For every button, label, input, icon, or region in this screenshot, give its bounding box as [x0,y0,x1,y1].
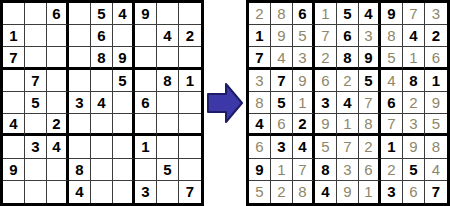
solution-cell-r3c1: 7 [249,47,271,69]
solution-cell-r4c3: 9 [293,70,315,92]
puzzle-cell-r6c6 [113,114,135,136]
puzzle-cell-r6c5 [91,114,113,136]
puzzle-cell-r5c6 [113,92,135,114]
puzzle-cell-r5c3 [47,92,69,114]
solution-cell-r2c3: 5 [293,25,315,47]
solution-cell-r6c8: 3 [403,114,425,136]
puzzle-cell-r4c3 [47,70,69,92]
puzzle-cell-r6c1: 4 [3,114,25,136]
puzzle-cell-r2c3 [47,25,69,47]
puzzle-cell-r1c4 [69,3,91,25]
puzzle-cell-r6c9 [179,114,201,136]
solution-cell-r6c1: 4 [249,114,271,136]
solution-cell-r1c5: 5 [337,3,359,25]
solution-cell-r7c2: 3 [271,136,293,158]
solution-cell-r6c3: 2 [293,114,315,136]
puzzle-cell-r5c4: 3 [69,92,91,114]
solution-cell-r7c8: 9 [403,136,425,158]
puzzle-cell-r1c2 [25,3,47,25]
solution-cell-r6c4: 9 [315,114,337,136]
solution-cell-r4c4: 6 [315,70,337,92]
puzzle-cell-r3c2 [25,47,47,69]
puzzle-cell-r4c8: 8 [157,70,179,92]
puzzle-cell-r7c8 [157,136,179,158]
solution-cell-r5c7: 6 [381,92,403,114]
puzzle-cell-r8c7 [135,159,157,181]
puzzle-cell-r9c2 [25,181,47,203]
puzzle-cell-r5c7: 6 [135,92,157,114]
solution-cell-r2c6: 3 [359,25,381,47]
solution-cell-r8c4: 8 [315,159,337,181]
puzzle-cell-r2c5: 6 [91,25,113,47]
puzzle-cell-r2c4 [69,25,91,47]
puzzle-cell-r8c9 [179,159,201,181]
puzzle-cell-r8c5 [91,159,113,181]
solution-grid: 2861549731957638427432895163796254818513… [246,0,450,206]
solution-cell-r9c7: 3 [381,181,403,203]
solution-cell-r2c2: 9 [271,25,293,47]
puzzle-cell-r9c3 [47,181,69,203]
solution-cell-r6c9: 5 [425,114,447,136]
solution-cell-r4c1: 3 [249,70,271,92]
puzzle-cell-r1c7: 9 [135,3,157,25]
solution-cell-r8c2: 1 [271,159,293,181]
solution-cell-r4c8: 8 [403,70,425,92]
solution-cell-r1c6: 4 [359,3,381,25]
puzzle-cell-r5c8 [157,92,179,114]
puzzle-cell-r1c5: 5 [91,3,113,25]
puzzle-cell-r1c9 [179,3,201,25]
puzzle-cell-r8c8: 5 [157,159,179,181]
solution-cell-r3c7: 5 [381,47,403,69]
puzzle-cell-r7c6 [113,136,135,158]
puzzle-cell-r5c2: 5 [25,92,47,114]
puzzle-cell-r6c3: 2 [47,114,69,136]
solution-cell-r8c7: 2 [381,159,403,181]
solution-cell-r3c6: 9 [359,47,381,69]
puzzle-cell-r4c6: 5 [113,70,135,92]
solution-cell-r9c9: 7 [425,181,447,203]
puzzle-grid: 654916427897581534642341985437 [0,0,204,206]
puzzle-cell-r1c3: 6 [47,3,69,25]
solution-cell-r2c9: 2 [425,25,447,47]
solution-cell-r8c6: 6 [359,159,381,181]
puzzle-cell-r7c2: 3 [25,136,47,158]
puzzle-cell-r5c1 [3,92,25,114]
puzzle-cell-r9c6 [113,181,135,203]
puzzle-cell-r2c2 [25,25,47,47]
puzzle-cell-r9c9: 7 [179,181,201,203]
solution-cell-r9c8: 6 [403,181,425,203]
solution-cell-r5c8: 2 [403,92,425,114]
solution-cell-r2c4: 7 [315,25,337,47]
solution-cell-r1c7: 9 [381,3,403,25]
solution-cell-r7c1: 6 [249,136,271,158]
puzzle-cell-r2c8: 4 [157,25,179,47]
right-arrow-icon [205,82,245,124]
puzzle-cell-r8c4: 8 [69,159,91,181]
solution-cell-r3c3: 3 [293,47,315,69]
puzzle-cell-r1c8 [157,3,179,25]
puzzle-cell-r4c2: 7 [25,70,47,92]
solution-cell-r5c2: 5 [271,92,293,114]
puzzle-cell-r2c9: 2 [179,25,201,47]
solution-cell-r8c5: 3 [337,159,359,181]
solution-cell-r1c3: 6 [293,3,315,25]
solution-cell-r1c4: 1 [315,3,337,25]
puzzle-cell-r3c9 [179,47,201,69]
puzzle-cell-r5c5: 4 [91,92,113,114]
puzzle-cell-r4c4 [69,70,91,92]
solution-cell-r5c5: 4 [337,92,359,114]
solution-cell-r5c9: 9 [425,92,447,114]
solution-cell-r7c3: 4 [293,136,315,158]
sudoku-diagram: 654916427897581534642341985437 286154973… [0,0,450,206]
solution-cell-r1c8: 7 [403,3,425,25]
solution-cell-r6c2: 6 [271,114,293,136]
solution-cell-r7c9: 8 [425,136,447,158]
puzzle-cell-r2c6 [113,25,135,47]
solution-cell-r5c3: 1 [293,92,315,114]
solution-cell-r3c9: 6 [425,47,447,69]
puzzle-cell-r9c7: 3 [135,181,157,203]
solution-cell-r3c5: 8 [337,47,359,69]
solution-cell-r4c9: 1 [425,70,447,92]
solution-cell-r7c7: 1 [381,136,403,158]
puzzle-cell-r2c7 [135,25,157,47]
puzzle-cell-r4c1 [3,70,25,92]
solution-cell-r4c2: 7 [271,70,293,92]
puzzle-cell-r4c7 [135,70,157,92]
puzzle-cell-r5c9 [179,92,201,114]
solution-cell-r7c5: 7 [337,136,359,158]
puzzle-cell-r6c2 [25,114,47,136]
puzzle-cell-r6c4 [69,114,91,136]
solution-cell-r8c9: 4 [425,159,447,181]
solution-cell-r9c3: 8 [293,181,315,203]
puzzle-cell-r9c5 [91,181,113,203]
puzzle-cell-r7c5 [91,136,113,158]
puzzle-cell-r1c6: 4 [113,3,135,25]
solution-cell-r9c5: 9 [337,181,359,203]
solution-cell-r4c7: 4 [381,70,403,92]
puzzle-cell-r3c1: 7 [3,47,25,69]
solution-cell-r8c1: 9 [249,159,271,181]
solution-cell-r8c8: 5 [403,159,425,181]
solution-cell-r8c3: 7 [293,159,315,181]
solution-cell-r2c5: 6 [337,25,359,47]
puzzle-cell-r7c4 [69,136,91,158]
puzzle-cell-r6c8 [157,114,179,136]
solution-cell-r9c6: 1 [359,181,381,203]
puzzle-cell-r3c6: 9 [113,47,135,69]
solution-cell-r1c1: 2 [249,3,271,25]
solution-cell-r3c2: 4 [271,47,293,69]
solution-cell-r2c1: 1 [249,25,271,47]
solution-cell-r3c8: 1 [403,47,425,69]
puzzle-cell-r7c1 [3,136,25,158]
puzzle-cell-r3c4 [69,47,91,69]
puzzle-cell-r7c9 [179,136,201,158]
solution-cell-r7c6: 2 [359,136,381,158]
solution-cell-r5c4: 3 [315,92,337,114]
solution-cell-r6c6: 8 [359,114,381,136]
puzzle-cell-r1c1 [3,3,25,25]
solution-cell-r2c7: 8 [381,25,403,47]
puzzle-cell-r9c1 [3,181,25,203]
puzzle-cell-r6c7 [135,114,157,136]
solution-cell-r1c2: 8 [271,3,293,25]
solution-cell-r4c5: 2 [337,70,359,92]
solution-cell-r1c9: 3 [425,3,447,25]
puzzle-cell-r3c8 [157,47,179,69]
solution-cell-r9c4: 4 [315,181,337,203]
solution-cell-r9c1: 5 [249,181,271,203]
solution-cell-r9c2: 2 [271,181,293,203]
puzzle-cell-r2c1: 1 [3,25,25,47]
solution-cell-r2c8: 4 [403,25,425,47]
puzzle-cell-r8c2 [25,159,47,181]
puzzle-cell-r7c7: 1 [135,136,157,158]
solution-cell-r3c4: 2 [315,47,337,69]
puzzle-cell-r7c3: 4 [47,136,69,158]
solution-cell-r6c7: 7 [381,114,403,136]
puzzle-cell-r9c4: 4 [69,181,91,203]
puzzle-cell-r8c1: 9 [3,159,25,181]
solution-cell-r4c6: 5 [359,70,381,92]
solution-cell-r6c5: 1 [337,114,359,136]
solution-cell-r5c6: 7 [359,92,381,114]
solution-cell-r5c1: 8 [249,92,271,114]
puzzle-cell-r9c8 [157,181,179,203]
puzzle-cell-r8c6 [113,159,135,181]
puzzle-cell-r3c5: 8 [91,47,113,69]
puzzle-cell-r3c7 [135,47,157,69]
puzzle-cell-r3c3 [47,47,69,69]
puzzle-cell-r4c5 [91,70,113,92]
solution-cell-r7c4: 5 [315,136,337,158]
puzzle-cell-r8c3 [47,159,69,181]
puzzle-cell-r4c9: 1 [179,70,201,92]
